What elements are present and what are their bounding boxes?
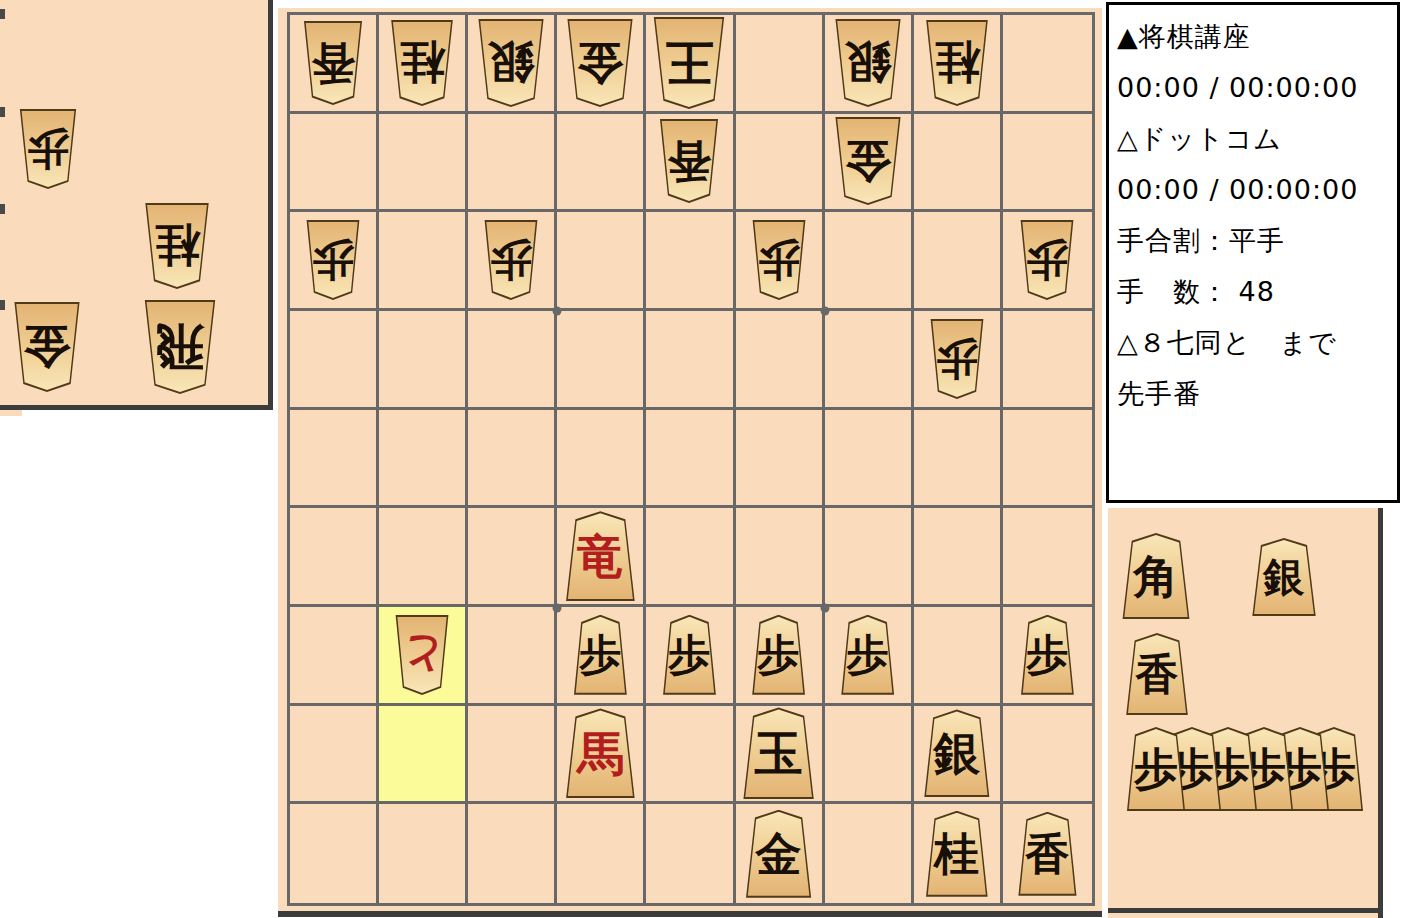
piece-kanji: と xyxy=(401,634,444,676)
piece-black-dragon[interactable]: 竜 xyxy=(561,511,639,601)
piece-kanji: 歩 xyxy=(1026,634,1068,676)
square-4c[interactable]: 歩 xyxy=(736,212,825,311)
square-8h[interactable] xyxy=(379,706,468,805)
piece-kanji: 歩 xyxy=(668,634,710,676)
piece-face: 金 xyxy=(744,812,814,896)
piece-black-bishop[interactable]: 角 xyxy=(1118,533,1194,619)
square-8c[interactable] xyxy=(379,212,468,311)
piece-kanji: 香 xyxy=(667,139,711,183)
piece-black-pawn[interactable]: 歩 xyxy=(659,615,719,695)
piece-white-lance[interactable]: 香 xyxy=(300,21,366,105)
square-3d[interactable] xyxy=(825,311,914,410)
square-2i[interactable]: 桂 xyxy=(914,804,1003,903)
square-8f[interactable] xyxy=(379,508,468,607)
square-1f[interactable] xyxy=(1003,508,1092,607)
piece-kanji: 銀 xyxy=(1264,557,1305,598)
square-4f[interactable] xyxy=(736,508,825,607)
square-8g[interactable]: と xyxy=(379,607,468,706)
edge-tick xyxy=(0,9,5,19)
square-6c[interactable] xyxy=(557,212,646,311)
square-9b[interactable] xyxy=(290,114,379,213)
square-3g[interactable]: 歩 xyxy=(825,607,914,706)
piece-kanji: 歩 xyxy=(758,634,800,676)
piece-face: 金 xyxy=(565,21,635,105)
piece-kanji: 王 xyxy=(665,39,713,87)
square-1c[interactable]: 歩 xyxy=(1003,212,1092,311)
square-2e[interactable] xyxy=(914,410,1003,509)
piece-face: 歩 xyxy=(751,222,807,298)
square-9e[interactable] xyxy=(290,410,379,509)
piece-face: 香 xyxy=(658,121,720,201)
piece-kanji: 飛 xyxy=(156,323,205,372)
square-5e[interactable] xyxy=(646,410,735,509)
square-3b[interactable]: 金 xyxy=(825,114,914,213)
piece-white-pawn[interactable]: 歩 xyxy=(481,220,541,300)
piece-white-pawn[interactable]: 歩 xyxy=(927,319,987,399)
sente-clock: 00:00 / 00:00:00 xyxy=(1117,62,1397,113)
square-1b[interactable] xyxy=(1003,114,1092,213)
square-4h[interactable]: 玉 xyxy=(736,706,825,805)
piece-kanji: 角 xyxy=(1134,554,1179,599)
piece-face: 竜 xyxy=(563,513,637,599)
piece-face: 銀 xyxy=(476,21,546,105)
piece-kanji: 銀 xyxy=(488,40,534,86)
piece-kanji: 香 xyxy=(311,41,355,85)
piece-face: 歩 xyxy=(305,222,361,298)
piece-white-rook[interactable]: 飛 xyxy=(140,300,220,394)
edge-tick xyxy=(0,107,5,117)
piece-white-silver[interactable]: 銀 xyxy=(474,19,548,107)
piece-kanji: 桂 xyxy=(934,40,979,85)
piece-face: 銀 xyxy=(1250,540,1318,614)
tray-edge-notch xyxy=(0,410,22,416)
square-1a[interactable] xyxy=(1003,15,1092,114)
square-8d[interactable] xyxy=(379,311,468,410)
star-point xyxy=(553,604,562,613)
square-4b[interactable] xyxy=(736,114,825,213)
piece-black-king[interactable]: 玉 xyxy=(739,707,819,799)
square-1i[interactable]: 香 xyxy=(1003,804,1092,903)
square-3h[interactable] xyxy=(825,706,914,805)
square-1h[interactable] xyxy=(1003,706,1092,805)
square-8e[interactable] xyxy=(379,410,468,509)
piece-face: 歩 xyxy=(1019,617,1075,693)
piece-face: 歩 xyxy=(751,617,807,693)
square-2b[interactable] xyxy=(914,114,1003,213)
piece-kanji: 金 xyxy=(845,138,891,184)
piece-kanji: 銀 xyxy=(845,40,891,86)
piece-face: 歩 xyxy=(1125,729,1187,809)
piece-face: 歩 xyxy=(483,222,539,298)
square-7c[interactable]: 歩 xyxy=(468,212,557,311)
square-2g[interactable] xyxy=(914,607,1003,706)
piece-face: 桂 xyxy=(924,813,990,895)
square-5d[interactable] xyxy=(646,311,735,410)
square-7e[interactable] xyxy=(468,410,557,509)
piece-white-knight[interactable]: 桂 xyxy=(922,20,992,106)
square-4i[interactable]: 金 xyxy=(736,804,825,903)
square-8b[interactable] xyxy=(379,114,468,213)
piece-kanji: 歩 xyxy=(1134,747,1178,791)
square-1e[interactable] xyxy=(1003,410,1092,509)
piece-face: 角 xyxy=(1120,535,1192,617)
square-2c[interactable] xyxy=(914,212,1003,311)
square-2h[interactable]: 銀 xyxy=(914,706,1003,805)
edge-tick xyxy=(0,204,5,214)
square-5f[interactable] xyxy=(646,508,735,607)
square-4e[interactable] xyxy=(736,410,825,509)
square-2f[interactable] xyxy=(914,508,1003,607)
star-point xyxy=(553,307,562,316)
piece-face: 香 xyxy=(302,23,364,103)
piece-face: 歩 xyxy=(929,321,985,397)
square-6g[interactable]: 歩 xyxy=(557,607,646,706)
piece-face: 馬 xyxy=(563,710,637,796)
piece-kanji: 歩 xyxy=(579,634,621,676)
square-5c[interactable] xyxy=(646,212,735,311)
shogi-board: 香桂銀金王銀桂香金歩歩歩歩歩竜と歩歩歩歩歩馬玉銀金桂香 xyxy=(278,8,1102,917)
piece-kanji: 歩 xyxy=(27,128,69,170)
turn-indicator: 先手番 xyxy=(1117,368,1397,419)
piece-face: と xyxy=(394,617,450,693)
square-6i[interactable] xyxy=(557,804,646,903)
square-4g[interactable]: 歩 xyxy=(736,607,825,706)
piece-kanji: 歩 xyxy=(1026,239,1068,281)
piece-white-tokin[interactable]: と xyxy=(392,615,452,695)
square-3c[interactable] xyxy=(825,212,914,311)
piece-face: 金 xyxy=(833,119,903,203)
piece-white-lance[interactable]: 香 xyxy=(656,119,722,203)
star-point xyxy=(821,604,830,613)
square-3i[interactable] xyxy=(825,804,914,903)
piece-kanji: 桂 xyxy=(400,40,445,85)
edge-tick xyxy=(0,300,5,310)
tray-bottom-edge xyxy=(1108,908,1378,913)
piece-kanji: 馬 xyxy=(577,730,624,777)
piece-kanji: 桂 xyxy=(155,224,200,269)
piece-white-pawn[interactable]: 歩 xyxy=(1017,220,1077,300)
piece-white-knight[interactable]: 桂 xyxy=(387,20,457,106)
square-6d[interactable] xyxy=(557,311,646,410)
square-9f[interactable] xyxy=(290,508,379,607)
square-5h[interactable] xyxy=(646,706,735,805)
square-6a[interactable]: 金 xyxy=(557,15,646,114)
square-4d[interactable] xyxy=(736,311,825,410)
square-7i[interactable] xyxy=(468,804,557,903)
handicap-line: 手合割：平手 xyxy=(1117,215,1397,266)
piece-kanji: 金 xyxy=(24,324,71,371)
square-6e[interactable] xyxy=(557,410,646,509)
piece-black-knight[interactable]: 桂 xyxy=(922,811,992,897)
piece-kanji: 金 xyxy=(577,40,623,86)
piece-kanji: 歩 xyxy=(847,634,889,676)
piece-face: 桂 xyxy=(389,22,455,104)
piece-face: 歩 xyxy=(840,617,896,693)
square-9d[interactable] xyxy=(290,311,379,410)
square-7b[interactable] xyxy=(468,114,557,213)
piece-black-pawn[interactable]: 歩 xyxy=(1017,615,1077,695)
square-6f[interactable]: 竜 xyxy=(557,508,646,607)
square-3e[interactable] xyxy=(825,410,914,509)
square-7g[interactable] xyxy=(468,607,557,706)
piece-white-gold[interactable]: 金 xyxy=(831,117,905,205)
piece-face: 香 xyxy=(1124,635,1190,713)
piece-kanji: 金 xyxy=(756,831,802,877)
square-8a[interactable]: 桂 xyxy=(379,15,468,114)
piece-kanji: 竜 xyxy=(577,533,624,580)
piece-white-gold[interactable]: 金 xyxy=(563,19,637,107)
piece-black-lance[interactable]: 香 xyxy=(1014,812,1080,896)
square-9a[interactable]: 香 xyxy=(290,15,379,114)
piece-black-pawn[interactable]: 歩 xyxy=(749,615,809,695)
piece-face: 香 xyxy=(1016,814,1078,894)
piece-face: 王 xyxy=(651,19,727,107)
square-8i[interactable] xyxy=(379,804,468,903)
piece-kanji: 歩 xyxy=(758,239,800,281)
square-5g[interactable]: 歩 xyxy=(646,607,735,706)
piece-black-pawn[interactable]: 歩 xyxy=(838,615,898,695)
square-9g[interactable] xyxy=(290,607,379,706)
piece-black-lance[interactable]: 香 xyxy=(1122,633,1192,715)
piece-face: 玉 xyxy=(741,709,817,797)
piece-face: 飛 xyxy=(142,302,218,392)
piece-white-knight[interactable]: 桂 xyxy=(141,203,213,289)
piece-white-gold[interactable]: 金 xyxy=(10,302,84,392)
square-5b[interactable]: 香 xyxy=(646,114,735,213)
square-6b[interactable] xyxy=(557,114,646,213)
piece-face: 金 xyxy=(12,304,82,390)
piece-kanji: 玉 xyxy=(755,729,803,777)
square-7h[interactable] xyxy=(468,706,557,805)
square-4a[interactable] xyxy=(736,15,825,114)
piece-white-king[interactable]: 王 xyxy=(649,17,729,109)
square-1d[interactable] xyxy=(1003,311,1092,410)
piece-kanji: 銀 xyxy=(934,730,980,776)
piece-kanji: 香 xyxy=(1136,653,1179,696)
piece-face: 銀 xyxy=(833,21,903,105)
square-2a[interactable]: 桂 xyxy=(914,15,1003,114)
piece-kanji: 歩 xyxy=(936,338,978,380)
piece-face: 銀 xyxy=(922,711,992,795)
piece-black-pawn[interactable]: 歩 xyxy=(570,615,630,695)
piece-black-horse[interactable]: 馬 xyxy=(561,708,639,798)
piece-black-silver[interactable]: 銀 xyxy=(920,709,994,797)
piece-face: 歩 xyxy=(572,617,628,693)
last-move-line: △８七同と まで xyxy=(1117,317,1397,368)
square-3a[interactable]: 銀 xyxy=(825,15,914,114)
square-3f[interactable] xyxy=(825,508,914,607)
square-7a[interactable]: 銀 xyxy=(468,15,557,114)
piece-face: 桂 xyxy=(924,22,990,104)
piece-kanji: 香 xyxy=(1025,832,1069,876)
piece-kanji: 歩 xyxy=(490,239,532,281)
piece-white-silver[interactable]: 銀 xyxy=(831,19,905,107)
piece-face: 歩 xyxy=(18,111,78,187)
piece-kanji: 歩 xyxy=(312,239,354,281)
piece-kanji: 桂 xyxy=(934,831,979,876)
gote-player-name: △ドットコム xyxy=(1117,113,1397,164)
piece-face: 歩 xyxy=(1019,222,1075,298)
square-2d[interactable]: 歩 xyxy=(914,311,1003,410)
square-9i[interactable] xyxy=(290,804,379,903)
gote-clock: 00:00 / 00:00:00 xyxy=(1117,164,1397,215)
board-grid: 香桂銀金王銀桂香金歩歩歩歩歩竜と歩歩歩歩歩馬玉銀金桂香 xyxy=(287,12,1095,906)
info-panel: ▲将棋講座 00:00 / 00:00:00 △ドットコム 00:00 / 00… xyxy=(1106,2,1400,503)
gote-hand-tray: 歩桂金飛 xyxy=(0,0,273,410)
piece-face: 桂 xyxy=(143,205,211,287)
square-5i[interactable] xyxy=(646,804,735,903)
piece-white-pawn[interactable]: 歩 xyxy=(16,109,80,189)
square-9h[interactable] xyxy=(290,706,379,805)
piece-white-pawn[interactable]: 歩 xyxy=(749,220,809,300)
square-9c[interactable]: 歩 xyxy=(290,212,379,311)
piece-black-silver[interactable]: 銀 xyxy=(1248,538,1320,616)
star-point xyxy=(821,307,830,316)
piece-face: 歩 xyxy=(661,617,717,693)
piece-white-pawn[interactable]: 歩 xyxy=(303,220,363,300)
square-5a[interactable]: 王 xyxy=(646,15,735,114)
sente-hand-tray: 角銀香歩歩歩歩歩歩 xyxy=(1108,508,1383,918)
sente-player-name: ▲将棋講座 xyxy=(1117,11,1397,62)
board-bottom-edge xyxy=(278,911,1102,917)
piece-black-gold[interactable]: 金 xyxy=(742,810,816,898)
move-count-line: 手 数： 48 xyxy=(1117,266,1397,317)
square-6h[interactable]: 馬 xyxy=(557,706,646,805)
square-1g[interactable]: 歩 xyxy=(1003,607,1092,706)
square-7d[interactable] xyxy=(468,311,557,410)
square-7f[interactable] xyxy=(468,508,557,607)
